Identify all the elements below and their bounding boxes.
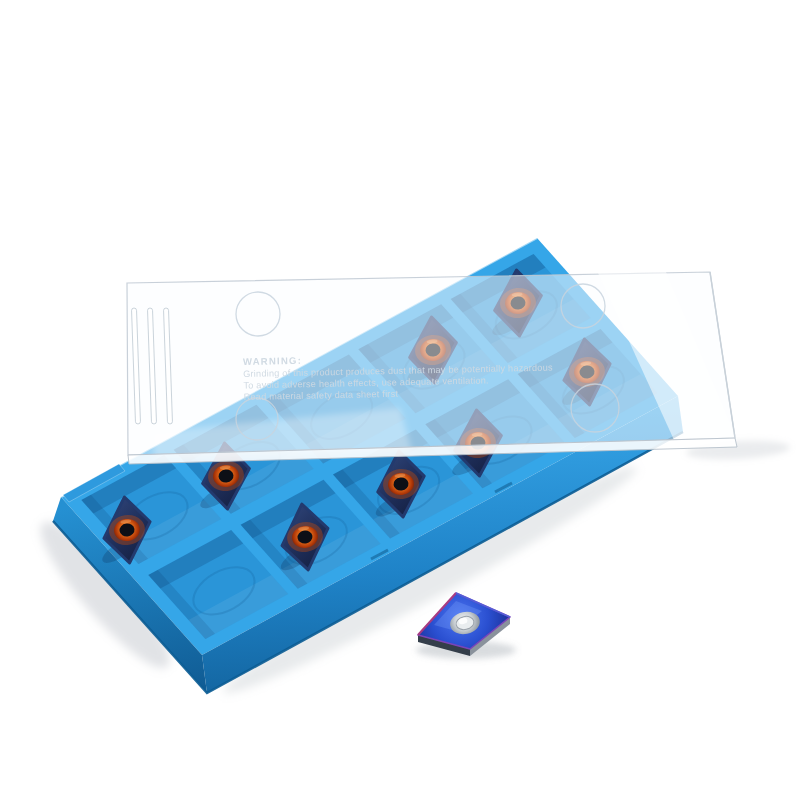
photo-canvas: WARNING: Grinding of this product produc…: [0, 0, 800, 800]
warning-title: WARNING:: [243, 355, 302, 367]
box-lid: WARNING: Grinding of this product produc…: [127, 272, 737, 464]
product-photo: WARNING: Grinding of this product produc…: [0, 0, 800, 800]
